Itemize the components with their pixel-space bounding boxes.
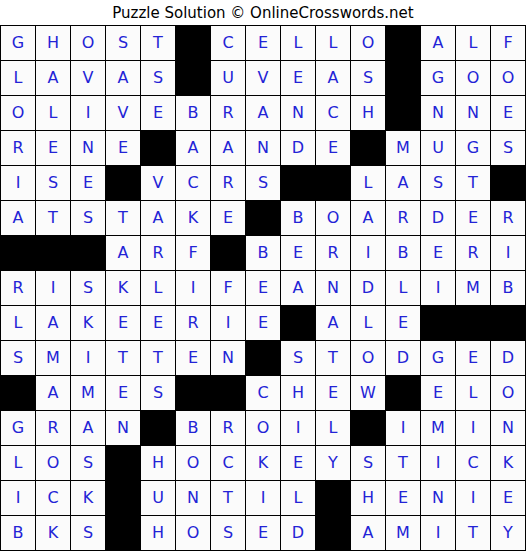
black-cell-r9c14 — [456, 306, 490, 340]
letter-cell-r6c15: R — [491, 201, 525, 235]
letter-cell-r4c2: E — [36, 131, 70, 165]
black-cell-r4c5 — [141, 131, 175, 165]
letter-cell-r4c13: U — [421, 131, 455, 165]
letter-cell-r2c14: O — [456, 61, 490, 95]
black-cell-r5c10 — [316, 166, 350, 200]
letter-cell-r8c9: A — [281, 271, 315, 305]
letter-cell-r13c2: O — [36, 446, 70, 480]
letter-cell-r5c8: S — [246, 166, 280, 200]
letter-cell-r9c3: K — [71, 306, 105, 340]
page-title: Puzzle Solution © OnlineCrosswords.net — [112, 4, 413, 22]
letter-cell-r6c14: E — [456, 201, 490, 235]
letter-cell-r9c12: E — [386, 306, 420, 340]
letter-cell-r10c11: O — [351, 341, 385, 375]
letter-cell-r9c6: R — [176, 306, 210, 340]
letter-cell-r6c3: S — [71, 201, 105, 235]
letter-cell-r8c5: L — [141, 271, 175, 305]
letter-cell-r4c10: E — [316, 131, 350, 165]
letter-cell-r3c10: C — [316, 96, 350, 130]
letter-cell-r12c9: I — [281, 411, 315, 445]
letter-cell-r13c3: S — [71, 446, 105, 480]
letter-cell-r12c7: R — [211, 411, 245, 445]
letter-cell-r5c12: A — [386, 166, 420, 200]
black-cell-r9c9 — [281, 306, 315, 340]
letter-cell-r5c7: R — [211, 166, 245, 200]
letter-cell-r9c4: E — [106, 306, 140, 340]
letter-cell-r10c14: E — [456, 341, 490, 375]
letter-cell-r5c1: I — [1, 166, 35, 200]
letter-cell-r13c7: C — [211, 446, 245, 480]
letter-cell-r8c8: E — [246, 271, 280, 305]
black-cell-r7c3 — [71, 236, 105, 270]
letter-cell-r3c3: I — [71, 96, 105, 130]
letter-cell-r3c4: V — [106, 96, 140, 130]
black-cell-r12c5 — [141, 411, 175, 445]
letter-cell-r15c12: M — [386, 516, 420, 550]
letter-cell-r2c11: S — [351, 61, 385, 95]
letter-cell-r4c4: E — [106, 131, 140, 165]
letter-cell-r12c1: G — [1, 411, 35, 445]
letter-cell-r5c5: V — [141, 166, 175, 200]
black-cell-r11c12 — [386, 376, 420, 410]
letter-cell-r7c10: R — [316, 236, 350, 270]
letter-cell-r6c4: T — [106, 201, 140, 235]
black-cell-r4c11 — [351, 131, 385, 165]
letter-cell-r3c2: L — [36, 96, 70, 130]
letter-cell-r14c9: L — [281, 481, 315, 515]
letter-cell-r1c14: L — [456, 26, 490, 60]
letter-cell-r14c14: I — [456, 481, 490, 515]
black-cell-r11c6 — [176, 376, 210, 410]
black-cell-r7c7 — [211, 236, 245, 270]
letter-cell-r7c6: F — [176, 236, 210, 270]
puzzle-page: Puzzle Solution © OnlineCrosswords.net G… — [0, 0, 526, 551]
letter-cell-r5c14: T — [456, 166, 490, 200]
letter-cell-r14c2: C — [36, 481, 70, 515]
letter-cell-r11c11: W — [351, 376, 385, 410]
letter-cell-r12c14: I — [456, 411, 490, 445]
letter-cell-r6c2: T — [36, 201, 70, 235]
letter-cell-r5c11: L — [351, 166, 385, 200]
letter-cell-r14c6: N — [176, 481, 210, 515]
letter-cell-r11c8: C — [246, 376, 280, 410]
black-cell-r7c1 — [1, 236, 35, 270]
black-cell-r2c6 — [176, 61, 210, 95]
letter-cell-r14c5: U — [141, 481, 175, 515]
letter-cell-r2c8: V — [246, 61, 280, 95]
letter-cell-r10c12: D — [386, 341, 420, 375]
letter-cell-r15c7: S — [211, 516, 245, 550]
letter-cell-r6c7: E — [211, 201, 245, 235]
letter-cell-r7c13: E — [421, 236, 455, 270]
letter-cell-r14c15: E — [491, 481, 525, 515]
black-cell-r1c6 — [176, 26, 210, 60]
letter-cell-r13c11: S — [351, 446, 385, 480]
letter-cell-r13c5: H — [141, 446, 175, 480]
letter-cell-r15c8: E — [246, 516, 280, 550]
letter-cell-r1c9: L — [281, 26, 315, 60]
letter-cell-r4c7: A — [211, 131, 245, 165]
black-cell-r12c11 — [351, 411, 385, 445]
letter-cell-r14c7: T — [211, 481, 245, 515]
letter-cell-r2c5: S — [141, 61, 175, 95]
letter-cell-r1c1: G — [1, 26, 35, 60]
letter-cell-r7c4: A — [106, 236, 140, 270]
letter-cell-r7c5: R — [141, 236, 175, 270]
letter-cell-r10c10: T — [316, 341, 350, 375]
black-cell-r9c15 — [491, 306, 525, 340]
letter-cell-r2c4: A — [106, 61, 140, 95]
letter-cell-r5c2: S — [36, 166, 70, 200]
letter-cell-r9c10: A — [316, 306, 350, 340]
letter-cell-r10c4: T — [106, 341, 140, 375]
letter-cell-r8c2: I — [36, 271, 70, 305]
letter-cell-r7c9: E — [281, 236, 315, 270]
letter-cell-r10c3: I — [71, 341, 105, 375]
letter-cell-r7c14: R — [456, 236, 490, 270]
letter-cell-r8c1: R — [1, 271, 35, 305]
letter-cell-r4c9: D — [281, 131, 315, 165]
letter-cell-r15c11: A — [351, 516, 385, 550]
letter-cell-r11c13: E — [421, 376, 455, 410]
black-cell-r11c7 — [211, 376, 245, 410]
letter-cell-r2c1: L — [1, 61, 35, 95]
letter-cell-r8c6: I — [176, 271, 210, 305]
letter-cell-r5c6: C — [176, 166, 210, 200]
letter-cell-r12c2: R — [36, 411, 70, 445]
letter-cell-r12c13: M — [421, 411, 455, 445]
letter-cell-r14c8: I — [246, 481, 280, 515]
letter-cell-r12c10: L — [316, 411, 350, 445]
letter-cell-r15c3: S — [71, 516, 105, 550]
letter-cell-r7c15: I — [491, 236, 525, 270]
letter-cell-r10c5: T — [141, 341, 175, 375]
letter-cell-r15c2: K — [36, 516, 70, 550]
crossword-grid: GHOSTCELLOALFLAVASUVEASGOOOLIVEBRANCHNNE… — [0, 25, 526, 551]
letter-cell-r8c13: I — [421, 271, 455, 305]
letter-cell-r13c8: K — [246, 446, 280, 480]
letter-cell-r1c13: A — [421, 26, 455, 60]
letter-cell-r12c15: N — [491, 411, 525, 445]
letter-cell-r4c3: N — [71, 131, 105, 165]
letter-cell-r2c3: V — [71, 61, 105, 95]
letter-cell-r4c1: R — [1, 131, 35, 165]
letter-cell-r1c5: T — [141, 26, 175, 60]
letter-cell-r5c13: S — [421, 166, 455, 200]
letter-cell-r12c3: A — [71, 411, 105, 445]
letter-cell-r13c9: E — [281, 446, 315, 480]
letter-cell-r3c11: H — [351, 96, 385, 130]
title-bar: Puzzle Solution © OnlineCrosswords.net — [0, 0, 526, 25]
letter-cell-r8c15: B — [491, 271, 525, 305]
letter-cell-r2c15: O — [491, 61, 525, 95]
letter-cell-r6c9: B — [281, 201, 315, 235]
letter-cell-r15c6: O — [176, 516, 210, 550]
letter-cell-r9c2: A — [36, 306, 70, 340]
letter-cell-r2c10: A — [316, 61, 350, 95]
letter-cell-r14c1: I — [1, 481, 35, 515]
black-cell-r5c15 — [491, 166, 525, 200]
letter-cell-r1c15: F — [491, 26, 525, 60]
letter-cell-r8c3: S — [71, 271, 105, 305]
black-cell-r13c4 — [106, 446, 140, 480]
letter-cell-r12c12: I — [386, 411, 420, 445]
black-cell-r5c4 — [106, 166, 140, 200]
letter-cell-r4c8: N — [246, 131, 280, 165]
letter-cell-r2c13: G — [421, 61, 455, 95]
letter-cell-r4c12: M — [386, 131, 420, 165]
letter-cell-r8c4: K — [106, 271, 140, 305]
letter-cell-r7c8: B — [246, 236, 280, 270]
black-cell-r10c8 — [246, 341, 280, 375]
letter-cell-r9c1: L — [1, 306, 35, 340]
letter-cell-r15c9: D — [281, 516, 315, 550]
letter-cell-r11c9: H — [281, 376, 315, 410]
letter-cell-r10c15: D — [491, 341, 525, 375]
letter-cell-r13c13: I — [421, 446, 455, 480]
letter-cell-r14c13: N — [421, 481, 455, 515]
letter-cell-r12c6: B — [176, 411, 210, 445]
letter-cell-r1c7: C — [211, 26, 245, 60]
letter-cell-r3c15: E — [491, 96, 525, 130]
black-cell-r6c8 — [246, 201, 280, 235]
black-cell-r15c4 — [106, 516, 140, 550]
letter-cell-r3c6: B — [176, 96, 210, 130]
letter-cell-r6c6: K — [176, 201, 210, 235]
letter-cell-r6c1: A — [1, 201, 35, 235]
black-cell-r11c1 — [1, 376, 35, 410]
letter-cell-r11c15: O — [491, 376, 525, 410]
letter-cell-r15c13: I — [421, 516, 455, 550]
letter-cell-r8c11: D — [351, 271, 385, 305]
letter-cell-r8c14: M — [456, 271, 490, 305]
letter-cell-r11c10: E — [316, 376, 350, 410]
letter-cell-r1c4: S — [106, 26, 140, 60]
letter-cell-r4c14: G — [456, 131, 490, 165]
letter-cell-r1c3: O — [71, 26, 105, 60]
black-cell-r1c12 — [386, 26, 420, 60]
letter-cell-r13c6: O — [176, 446, 210, 480]
letter-cell-r3c5: E — [141, 96, 175, 130]
letter-cell-r1c10: L — [316, 26, 350, 60]
letter-cell-r12c4: N — [106, 411, 140, 445]
letter-cell-r10c1: S — [1, 341, 35, 375]
letter-cell-r8c7: F — [211, 271, 245, 305]
black-cell-r14c10 — [316, 481, 350, 515]
letter-cell-r15c5: H — [141, 516, 175, 550]
letter-cell-r4c15: S — [491, 131, 525, 165]
letter-cell-r2c7: U — [211, 61, 245, 95]
black-cell-r5c9 — [281, 166, 315, 200]
letter-cell-r9c11: L — [351, 306, 385, 340]
letter-cell-r12c8: O — [246, 411, 280, 445]
letter-cell-r9c5: E — [141, 306, 175, 340]
letter-cell-r13c12: T — [386, 446, 420, 480]
letter-cell-r13c15: K — [491, 446, 525, 480]
letter-cell-r10c13: G — [421, 341, 455, 375]
letter-cell-r14c12: E — [386, 481, 420, 515]
letter-cell-r3c8: A — [246, 96, 280, 130]
letter-cell-r6c13: D — [421, 201, 455, 235]
letter-cell-r13c10: Y — [316, 446, 350, 480]
letter-cell-r6c5: A — [141, 201, 175, 235]
black-cell-r9c13 — [421, 306, 455, 340]
letter-cell-r1c2: H — [36, 26, 70, 60]
letter-cell-r8c10: N — [316, 271, 350, 305]
letter-cell-r1c11: O — [351, 26, 385, 60]
letter-cell-r11c3: M — [71, 376, 105, 410]
letter-cell-r11c4: E — [106, 376, 140, 410]
black-cell-r15c10 — [316, 516, 350, 550]
letter-cell-r7c11: I — [351, 236, 385, 270]
letter-cell-r2c9: E — [281, 61, 315, 95]
letter-cell-r14c11: H — [351, 481, 385, 515]
black-cell-r3c12 — [386, 96, 420, 130]
letter-cell-r14c3: K — [71, 481, 105, 515]
black-cell-r14c4 — [106, 481, 140, 515]
letter-cell-r13c1: L — [1, 446, 35, 480]
letter-cell-r11c14: L — [456, 376, 490, 410]
letter-cell-r9c7: I — [211, 306, 245, 340]
letter-cell-r3c9: N — [281, 96, 315, 130]
letter-cell-r10c6: E — [176, 341, 210, 375]
letter-cell-r3c7: R — [211, 96, 245, 130]
letter-cell-r6c10: O — [316, 201, 350, 235]
letter-cell-r3c13: N — [421, 96, 455, 130]
letter-cell-r6c11: A — [351, 201, 385, 235]
letter-cell-r6c12: R — [386, 201, 420, 235]
letter-cell-r10c2: M — [36, 341, 70, 375]
letter-cell-r1c8: E — [246, 26, 280, 60]
letter-cell-r13c14: C — [456, 446, 490, 480]
letter-cell-r11c2: A — [36, 376, 70, 410]
letter-cell-r15c15: Y — [491, 516, 525, 550]
letter-cell-r9c8: E — [246, 306, 280, 340]
letter-cell-r15c1: B — [1, 516, 35, 550]
letter-cell-r10c7: N — [211, 341, 245, 375]
letter-cell-r15c14: T — [456, 516, 490, 550]
letter-cell-r3c1: O — [1, 96, 35, 130]
black-cell-r7c2 — [36, 236, 70, 270]
letter-cell-r3c14: N — [456, 96, 490, 130]
letter-cell-r10c9: S — [281, 341, 315, 375]
letter-cell-r7c12: B — [386, 236, 420, 270]
letter-cell-r4c6: A — [176, 131, 210, 165]
letter-cell-r2c2: A — [36, 61, 70, 95]
black-cell-r2c12 — [386, 61, 420, 95]
letter-cell-r11c5: S — [141, 376, 175, 410]
letter-cell-r5c3: E — [71, 166, 105, 200]
letter-cell-r8c12: L — [386, 271, 420, 305]
